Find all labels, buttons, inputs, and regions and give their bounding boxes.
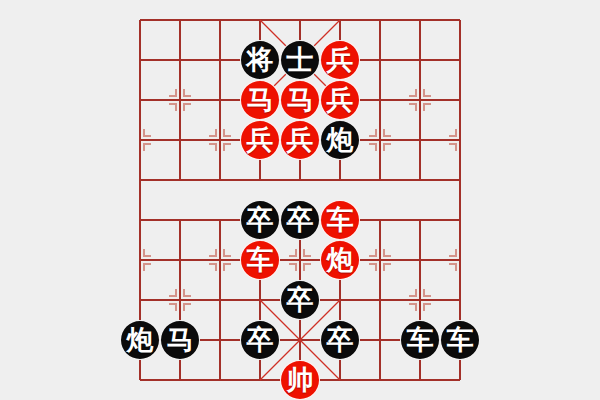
piece-black-horse[interactable]: 马 bbox=[160, 320, 200, 360]
piece-red-soldier[interactable]: 兵 bbox=[320, 80, 360, 120]
piece-black-general[interactable]: 将 bbox=[240, 40, 280, 80]
pieces-layer: 将士兵马马兵兵兵炮卒卒车车炮卒炮马卒卒车车帅 bbox=[120, 0, 480, 400]
piece-black-soldier[interactable]: 卒 bbox=[280, 200, 320, 240]
piece-red-soldier[interactable]: 兵 bbox=[280, 120, 320, 160]
piece-black-soldier[interactable]: 卒 bbox=[280, 280, 320, 320]
piece-black-soldier[interactable]: 卒 bbox=[240, 320, 280, 360]
piece-black-chariot[interactable]: 车 bbox=[440, 320, 480, 360]
piece-red-soldier[interactable]: 兵 bbox=[320, 40, 360, 80]
piece-black-soldier[interactable]: 卒 bbox=[240, 200, 280, 240]
piece-red-horse[interactable]: 马 bbox=[280, 80, 320, 120]
xiangqi-board[interactable]: 将士兵马马兵兵兵炮卒卒车车炮卒炮马卒卒车车帅 bbox=[0, 0, 600, 400]
piece-red-general[interactable]: 帅 bbox=[280, 360, 320, 400]
piece-red-chariot[interactable]: 车 bbox=[320, 200, 360, 240]
piece-red-chariot[interactable]: 车 bbox=[240, 240, 280, 280]
piece-black-advisor[interactable]: 士 bbox=[280, 40, 320, 80]
piece-black-chariot[interactable]: 车 bbox=[400, 320, 440, 360]
piece-red-soldier[interactable]: 兵 bbox=[240, 120, 280, 160]
piece-red-cannon[interactable]: 炮 bbox=[320, 240, 360, 280]
piece-black-cannon[interactable]: 炮 bbox=[320, 120, 360, 160]
piece-red-horse[interactable]: 马 bbox=[240, 80, 280, 120]
piece-black-cannon[interactable]: 炮 bbox=[120, 320, 160, 360]
piece-black-soldier[interactable]: 卒 bbox=[320, 320, 360, 360]
